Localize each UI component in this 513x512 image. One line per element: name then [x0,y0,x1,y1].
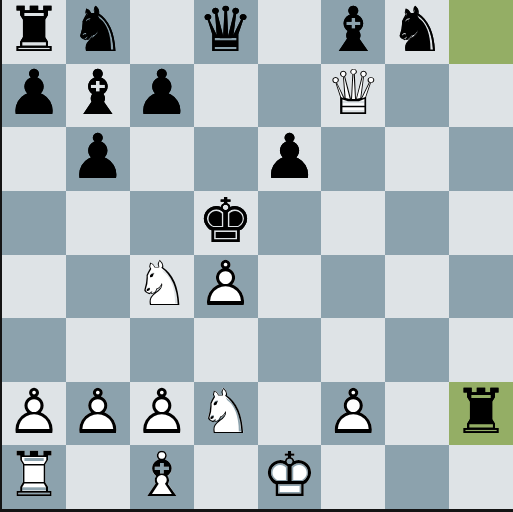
square-c1[interactable]: ♝♗ [130,445,194,509]
piece-black-bishop[interactable]: ♝♗ [321,0,385,64]
square-h3[interactable] [449,318,513,382]
square-f6[interactable] [321,127,385,191]
square-b1[interactable] [66,445,130,509]
square-e4[interactable] [258,255,322,319]
rook-glyph-outline: ♖ [449,382,513,446]
bishop-glyph-outline: ♗ [321,0,385,64]
square-b2[interactable]: ♟♙ [66,382,130,446]
square-c5[interactable] [130,191,194,255]
square-b6[interactable]: ♟♙ [66,127,130,191]
square-h5[interactable] [449,191,513,255]
square-b7[interactable]: ♝♗ [66,64,130,128]
piece-black-knight[interactable]: ♞♘ [385,0,449,64]
square-g6[interactable] [385,127,449,191]
app-window: ♜♖♞♘♛♕♝♗♞♘♟♙♝♗♟♙♛♕♟♙♟♙♚♔♞♘♟♙♟♙♟♙♟♙♞♘♟♙♜♖… [0,0,513,512]
square-a4[interactable] [2,255,66,319]
square-g3[interactable] [385,318,449,382]
square-h1[interactable] [449,445,513,509]
square-d1[interactable] [194,445,258,509]
square-e2[interactable] [258,382,322,446]
king-glyph-outline: ♔ [258,445,322,509]
square-g4[interactable] [385,255,449,319]
square-a3[interactable] [2,318,66,382]
piece-white-pawn[interactable]: ♟♙ [321,382,385,446]
piece-white-king[interactable]: ♚♔ [258,445,322,509]
piece-white-rook[interactable]: ♜♖ [2,445,66,509]
knight-glyph-outline: ♘ [385,0,449,64]
pawn-glyph-outline: ♙ [2,382,66,446]
queen-glyph-outline: ♕ [194,0,258,64]
chess-board: ♜♖♞♘♛♕♝♗♞♘♟♙♝♗♟♙♛♕♟♙♟♙♚♔♞♘♟♙♟♙♟♙♟♙♞♘♟♙♜♖… [2,0,513,509]
knight-glyph-outline: ♘ [130,255,194,319]
piece-white-bishop[interactable]: ♝♗ [130,445,194,509]
square-c8[interactable] [130,0,194,64]
piece-white-queen[interactable]: ♛♕ [321,64,385,128]
bishop-glyph-outline: ♗ [130,445,194,509]
piece-black-pawn[interactable]: ♟♙ [130,64,194,128]
pawn-glyph-outline: ♙ [130,382,194,446]
piece-black-rook[interactable]: ♜♖ [449,382,513,446]
square-c2[interactable]: ♟♙ [130,382,194,446]
piece-black-pawn[interactable]: ♟♙ [66,127,130,191]
square-a7[interactable]: ♟♙ [2,64,66,128]
piece-black-knight[interactable]: ♞♘ [66,0,130,64]
piece-black-king[interactable]: ♚♔ [194,191,258,255]
square-a5[interactable] [2,191,66,255]
square-d8[interactable]: ♛♕ [194,0,258,64]
square-e3[interactable] [258,318,322,382]
square-h7[interactable] [449,64,513,128]
rook-glyph-outline: ♖ [2,0,66,64]
square-h6[interactable] [449,127,513,191]
square-f8[interactable]: ♝♗ [321,0,385,64]
piece-black-queen[interactable]: ♛♕ [194,0,258,64]
piece-white-pawn[interactable]: ♟♙ [130,382,194,446]
square-b4[interactable] [66,255,130,319]
square-e5[interactable] [258,191,322,255]
square-a2[interactable]: ♟♙ [2,382,66,446]
queen-glyph-outline: ♕ [321,64,385,128]
square-e6[interactable]: ♟♙ [258,127,322,191]
square-f3[interactable] [321,318,385,382]
square-b8[interactable]: ♞♘ [66,0,130,64]
piece-black-rook[interactable]: ♜♖ [2,0,66,64]
square-f2[interactable]: ♟♙ [321,382,385,446]
square-b3[interactable] [66,318,130,382]
square-h2[interactable]: ♜♖ [449,382,513,446]
square-e8[interactable] [258,0,322,64]
square-f7[interactable]: ♛♕ [321,64,385,128]
square-c6[interactable] [130,127,194,191]
square-e1[interactable]: ♚♔ [258,445,322,509]
square-g2[interactable] [385,382,449,446]
pawn-glyph-outline: ♙ [321,382,385,446]
piece-white-pawn[interactable]: ♟♙ [2,382,66,446]
knight-glyph-outline: ♘ [66,0,130,64]
piece-white-pawn[interactable]: ♟♙ [66,382,130,446]
square-a6[interactable] [2,127,66,191]
square-c3[interactable] [130,318,194,382]
square-h4[interactable] [449,255,513,319]
pawn-glyph-outline: ♙ [66,127,130,191]
piece-white-knight[interactable]: ♞♘ [130,255,194,319]
pawn-glyph-outline: ♙ [258,127,322,191]
square-d7[interactable] [194,64,258,128]
square-g7[interactable] [385,64,449,128]
square-d3[interactable] [194,318,258,382]
square-f5[interactable] [321,191,385,255]
square-g8[interactable]: ♞♘ [385,0,449,64]
king-glyph-outline: ♔ [194,191,258,255]
square-d6[interactable] [194,127,258,191]
square-g1[interactable] [385,445,449,509]
square-h8[interactable] [449,0,513,64]
piece-white-pawn[interactable]: ♟♙ [194,255,258,319]
square-d4[interactable]: ♟♙ [194,255,258,319]
piece-black-pawn[interactable]: ♟♙ [2,64,66,128]
square-f1[interactable] [321,445,385,509]
square-c7[interactable]: ♟♙ [130,64,194,128]
pawn-glyph-outline: ♙ [66,382,130,446]
piece-white-knight[interactable]: ♞♘ [194,382,258,446]
square-g5[interactable] [385,191,449,255]
pawn-glyph-outline: ♙ [2,64,66,128]
pawn-glyph-outline: ♙ [130,64,194,128]
square-c4[interactable]: ♞♘ [130,255,194,319]
piece-black-pawn[interactable]: ♟♙ [258,127,322,191]
bishop-glyph-outline: ♗ [66,64,130,128]
pawn-glyph-outline: ♙ [194,255,258,319]
square-b5[interactable] [66,191,130,255]
square-d2[interactable]: ♞♘ [194,382,258,446]
square-d5[interactable]: ♚♔ [194,191,258,255]
knight-glyph-outline: ♘ [194,382,258,446]
square-a1[interactable]: ♜♖ [2,445,66,509]
piece-black-bishop[interactable]: ♝♗ [66,64,130,128]
rook-glyph-outline: ♖ [2,445,66,509]
square-f4[interactable] [321,255,385,319]
square-e7[interactable] [258,64,322,128]
square-a8[interactable]: ♜♖ [2,0,66,64]
